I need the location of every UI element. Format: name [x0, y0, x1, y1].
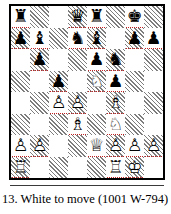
- square-f7: [106, 28, 125, 50]
- square-c4: ♟♙: [49, 92, 68, 114]
- square-e8: ♜: [87, 6, 106, 28]
- white-rook: ♜♖: [11, 157, 30, 179]
- piece-glyph: ♟: [144, 28, 163, 50]
- square-h4: [144, 92, 163, 114]
- square-c8: [49, 6, 68, 28]
- white-pawn: ♟♙: [106, 135, 125, 157]
- square-a2: ♟♙: [11, 135, 30, 157]
- white-pawn: ♟♙: [144, 135, 163, 157]
- square-h5: [144, 71, 163, 93]
- piece-glyph: ♜: [11, 6, 30, 28]
- square-a1: ♜♖: [11, 157, 30, 179]
- piece-glyph: ♘: [106, 114, 125, 136]
- piece-glyph: ♞: [68, 28, 87, 50]
- piece-glyph: ♛: [68, 6, 87, 28]
- square-g7: ♟: [125, 28, 144, 50]
- white-pawn: ♟♙: [30, 135, 49, 157]
- black-king: ♚: [125, 6, 144, 28]
- square-f1: ♜♖: [106, 157, 125, 179]
- square-b1: [30, 157, 49, 179]
- chess-board: ♜♛♜♚♟♝♞♝♟♟♟♟♞♟♞♘♟♟♙♟♙♝♗♝♗♞♘♟♙♟♙♛♕♟♙♟♙♟♙♜…: [11, 6, 163, 178]
- piece-glyph: ♜: [87, 6, 106, 28]
- scan-artifact-underline: [107, 177, 124, 178]
- square-d3: ♝♗: [68, 114, 87, 136]
- square-f4: ♝♗: [106, 92, 125, 114]
- square-b7: ♝: [30, 28, 49, 50]
- square-a3: [11, 114, 30, 136]
- black-bishop: ♝: [87, 28, 106, 50]
- square-e6: ♟: [87, 49, 106, 71]
- square-b5: [30, 71, 49, 93]
- piece-glyph: ♟: [49, 71, 68, 93]
- white-knight: ♞♘: [106, 114, 125, 136]
- square-c7: [49, 28, 68, 50]
- square-f8: [106, 6, 125, 28]
- square-g4: [125, 92, 144, 114]
- square-e2: ♛♕: [87, 135, 106, 157]
- white-queen: ♛♕: [87, 135, 106, 157]
- square-d2: [68, 135, 87, 157]
- square-b2: ♟♙: [30, 135, 49, 157]
- square-e5: ♞♘: [87, 71, 106, 93]
- piece-glyph: ♙: [30, 135, 49, 157]
- white-king: ♚♔: [125, 157, 144, 179]
- square-a7: ♟: [11, 28, 30, 50]
- square-a5: [11, 71, 30, 93]
- piece-glyph: ♖: [106, 157, 125, 179]
- black-pawn: ♟: [87, 49, 106, 71]
- piece-glyph: ♙: [144, 135, 163, 157]
- piece-glyph: ♝: [30, 28, 49, 50]
- black-pawn: ♟: [125, 28, 144, 50]
- piece-glyph: ♟: [30, 49, 49, 71]
- white-pawn: ♟♙: [125, 135, 144, 157]
- piece-glyph: ♘: [87, 71, 106, 93]
- piece-glyph: ♕: [87, 135, 106, 157]
- square-h8: [144, 6, 163, 28]
- black-bishop: ♝: [30, 28, 49, 50]
- piece-glyph: ♙: [125, 135, 144, 157]
- square-c2: [49, 135, 68, 157]
- square-e1: [87, 157, 106, 179]
- square-d4: ♟♙: [68, 92, 87, 114]
- square-h7: ♟: [144, 28, 163, 50]
- diagram-caption: 13. White to move (1001 W-794): [2, 192, 170, 207]
- scan-artifact-underline: [12, 177, 29, 178]
- piece-glyph: ♚: [125, 6, 144, 28]
- white-pawn: ♟♙: [11, 135, 30, 157]
- black-pawn: ♟: [30, 49, 49, 71]
- piece-glyph: ♖: [11, 157, 30, 179]
- square-e7: ♝: [87, 28, 106, 50]
- square-h3: [144, 114, 163, 136]
- piece-glyph: ♝: [87, 28, 106, 50]
- black-knight: ♞: [106, 49, 125, 71]
- piece-glyph: ♟: [125, 28, 144, 50]
- square-f2: ♟♙: [106, 135, 125, 157]
- piece-glyph: ♗: [106, 92, 125, 114]
- square-c6: [49, 49, 68, 71]
- square-f3: ♞♘: [106, 114, 125, 136]
- square-f5: ♟: [106, 71, 125, 93]
- square-b4: [30, 92, 49, 114]
- piece-glyph: ♟: [106, 71, 125, 93]
- chess-board-frame: ♜♛♜♚♟♝♞♝♟♟♟♟♞♟♞♘♟♟♙♟♙♝♗♝♗♞♘♟♙♟♙♛♕♟♙♟♙♟♙♜…: [9, 4, 165, 180]
- square-a4: [11, 92, 30, 114]
- white-pawn: ♟♙: [68, 92, 87, 114]
- black-pawn: ♟: [11, 28, 30, 50]
- square-h1: [144, 157, 163, 179]
- black-pawn: ♟: [144, 28, 163, 50]
- square-d6: [68, 49, 87, 71]
- square-e4: [87, 92, 106, 114]
- black-knight: ♞: [68, 28, 87, 50]
- square-c3: [49, 114, 68, 136]
- square-e3: [87, 114, 106, 136]
- piece-glyph: ♟: [87, 49, 106, 71]
- piece-glyph: ♟: [11, 28, 30, 50]
- scan-artifact-underline: [126, 177, 143, 178]
- square-b6: ♟: [30, 49, 49, 71]
- square-g3: [125, 114, 144, 136]
- piece-glyph: ♙: [49, 92, 68, 114]
- square-g8: ♚: [125, 6, 144, 28]
- separator-line: [10, 185, 164, 186]
- piece-glyph: ♙: [11, 135, 30, 157]
- white-pawn: ♟♙: [49, 92, 68, 114]
- black-pawn: ♟: [106, 71, 125, 93]
- white-knight: ♞♘: [87, 71, 106, 93]
- square-a6: [11, 49, 30, 71]
- square-b8: [30, 6, 49, 28]
- black-rook: ♜: [87, 6, 106, 28]
- piece-glyph: ♔: [125, 157, 144, 179]
- black-pawn: ♟: [49, 71, 68, 93]
- square-c5: ♟: [49, 71, 68, 93]
- white-bishop: ♝♗: [68, 114, 87, 136]
- square-g5: [125, 71, 144, 93]
- piece-glyph: ♞: [106, 49, 125, 71]
- square-d5: [68, 71, 87, 93]
- square-g6: [125, 49, 144, 71]
- black-rook: ♜: [11, 6, 30, 28]
- square-a8: ♜: [11, 6, 30, 28]
- square-f6: ♞: [106, 49, 125, 71]
- page: ♜♛♜♚♟♝♞♝♟♟♟♟♞♟♞♘♟♟♙♟♙♝♗♝♗♞♘♟♙♟♙♛♕♟♙♟♙♟♙♜…: [0, 0, 171, 214]
- square-g2: ♟♙: [125, 135, 144, 157]
- square-h2: ♟♙: [144, 135, 163, 157]
- black-queen: ♛: [68, 6, 87, 28]
- square-g1: ♚♔: [125, 157, 144, 179]
- piece-glyph: ♙: [106, 135, 125, 157]
- white-rook: ♜♖: [106, 157, 125, 179]
- square-h6: [144, 49, 163, 71]
- square-d1: [68, 157, 87, 179]
- square-d8: ♛: [68, 6, 87, 28]
- piece-glyph: ♗: [68, 114, 87, 136]
- piece-glyph: ♙: [68, 92, 87, 114]
- square-d7: ♞: [68, 28, 87, 50]
- square-c1: [49, 157, 68, 179]
- white-bishop: ♝♗: [106, 92, 125, 114]
- square-b3: [30, 114, 49, 136]
